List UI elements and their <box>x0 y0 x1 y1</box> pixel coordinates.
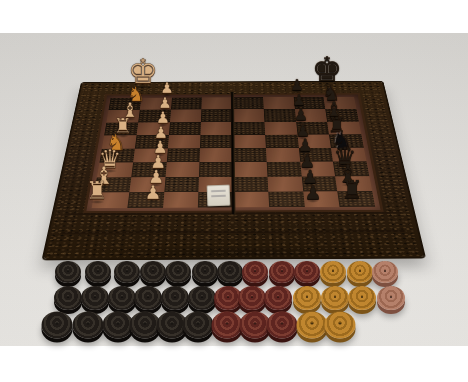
frame-carving-groove <box>61 230 406 234</box>
square-d3[interactable] <box>199 162 233 177</box>
square-d7[interactable] <box>201 109 233 122</box>
black-draughts-counter[interactable] <box>108 286 136 310</box>
yellow-draughts-counter[interactable] <box>347 261 373 283</box>
square-e1[interactable] <box>233 192 269 208</box>
photograph-canvas: ♚♞♝♜♞♛♝♜♟♟♟♟♟♟♟♟♚♞♝♜♞♛♝♜♟♟♟♟♟♟♟♟ <box>0 0 468 382</box>
black-pawn[interactable]: ♟ <box>304 183 321 202</box>
square-e2[interactable] <box>233 176 268 191</box>
black-draughts-counter[interactable] <box>140 261 166 283</box>
black-draughts-counter[interactable] <box>217 261 243 283</box>
pink-draughts-counter[interactable] <box>377 286 405 310</box>
square-f4[interactable] <box>266 148 300 162</box>
yellow-draughts-counter[interactable] <box>321 286 349 310</box>
square-f5[interactable] <box>265 134 298 148</box>
square-d6[interactable] <box>201 122 233 135</box>
square-d4[interactable] <box>200 148 233 162</box>
square-e5[interactable] <box>233 135 266 149</box>
maroon-draughts-counter[interactable] <box>269 261 295 283</box>
black-draughts-counter[interactable] <box>85 261 111 283</box>
black-draughts-counter[interactable] <box>188 286 216 310</box>
maroon-draughts-counter[interactable] <box>264 286 292 310</box>
square-c2[interactable] <box>164 177 199 192</box>
maroon-draughts-counter[interactable] <box>242 261 268 283</box>
square-c3[interactable] <box>165 162 200 177</box>
black-draughts-counter[interactable] <box>114 261 140 283</box>
black-draughts-counter[interactable] <box>73 312 104 339</box>
square-d8[interactable] <box>202 97 233 109</box>
square-e4[interactable] <box>233 148 267 162</box>
maroon-draughts-counter[interactable] <box>212 312 243 339</box>
square-e3[interactable] <box>233 162 267 177</box>
square-f1[interactable] <box>268 191 304 207</box>
maroon-draughts-counter[interactable] <box>267 312 298 339</box>
yellow-draughts-counter[interactable] <box>325 312 356 339</box>
maroon-draughts-counter[interactable] <box>294 261 320 283</box>
black-draughts-counter[interactable] <box>183 312 214 339</box>
yellow-draughts-counter[interactable] <box>320 261 346 283</box>
sticker-marking <box>211 190 226 193</box>
black-draughts-counter[interactable] <box>161 286 189 310</box>
square-e6[interactable] <box>233 122 265 135</box>
black-draughts-counter[interactable] <box>134 286 162 310</box>
sticker-marking <box>211 195 226 198</box>
black-draughts-counter[interactable] <box>55 261 81 283</box>
square-c5[interactable] <box>167 135 200 149</box>
square-f7[interactable] <box>264 109 296 122</box>
maroon-draughts-counter[interactable] <box>238 286 266 310</box>
scene: ♚♞♝♜♞♛♝♜♟♟♟♟♟♟♟♟♚♞♝♜♞♛♝♜♟♟♟♟♟♟♟♟ <box>0 0 468 382</box>
black-draughts-counter[interactable] <box>165 261 191 283</box>
square-f8[interactable] <box>263 97 295 109</box>
yellow-draughts-counter[interactable] <box>293 286 321 310</box>
white-pawn[interactable]: ♟ <box>144 183 161 202</box>
lot-sticker <box>207 185 231 207</box>
square-d5[interactable] <box>200 135 233 149</box>
square-c7[interactable] <box>170 110 202 123</box>
square-e7[interactable] <box>233 109 265 122</box>
black-draughts-counter[interactable] <box>192 261 218 283</box>
black-draughts-counter[interactable] <box>42 312 73 339</box>
yellow-draughts-counter[interactable] <box>348 286 376 310</box>
square-c4[interactable] <box>166 148 200 162</box>
black-draughts-counter[interactable] <box>54 286 82 310</box>
black-rook[interactable]: ♜ <box>341 177 363 202</box>
square-c1[interactable] <box>163 192 199 208</box>
black-draughts-counter[interactable] <box>81 286 109 310</box>
white-rook[interactable]: ♜ <box>86 178 108 203</box>
square-c6[interactable] <box>169 122 202 135</box>
square-c8[interactable] <box>171 98 202 110</box>
pink-draughts-counter[interactable] <box>372 261 398 283</box>
square-e8[interactable] <box>232 97 263 109</box>
square-f6[interactable] <box>264 122 297 135</box>
square-f2[interactable] <box>267 176 303 191</box>
yellow-draughts-counter[interactable] <box>297 312 328 339</box>
square-f3[interactable] <box>266 162 301 177</box>
